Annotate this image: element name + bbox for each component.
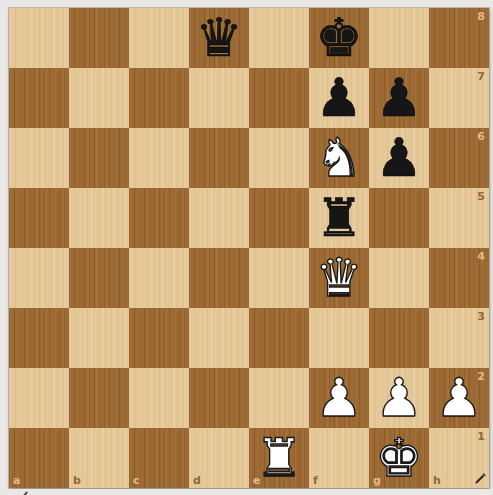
piece-white-king-g1[interactable]: ♚ (369, 428, 429, 488)
square-c5[interactable] (129, 188, 189, 248)
piece-black-pawn-g6[interactable]: ♟ (369, 128, 429, 188)
rank-label-8: 8 (477, 10, 485, 23)
piece-black-king-f8[interactable]: ♚ (309, 8, 369, 68)
file-label-c: c (133, 474, 140, 487)
square-d4[interactable] (189, 248, 249, 308)
square-a1[interactable]: a (9, 428, 69, 488)
square-c2[interactable] (129, 368, 189, 428)
square-h3[interactable]: 3 (429, 308, 489, 368)
piece-black-rook-f5[interactable]: ♜ (309, 188, 369, 248)
square-d8[interactable]: ♛ (189, 8, 249, 68)
square-a5[interactable] (9, 188, 69, 248)
square-f2[interactable]: ♟ (309, 368, 369, 428)
square-f5[interactable]: ♜ (309, 188, 369, 248)
rank-label-1: 1 (477, 430, 485, 443)
square-c4[interactable] (129, 248, 189, 308)
square-a8[interactable] (9, 8, 69, 68)
square-e7[interactable] (249, 68, 309, 128)
piece-white-pawn-g2[interactable]: ♟ (369, 368, 429, 428)
rank-label-7: 7 (477, 70, 485, 83)
piece-white-knight-f6[interactable]: ♞ (309, 128, 369, 188)
chess-board: ♛♚8♟♟7♞♟6♜5♛43♟♟2♟abcde♜fg♚1h (9, 8, 489, 488)
rank-label-6: 6 (477, 130, 485, 143)
rank-label-3: 3 (477, 310, 485, 323)
square-e8[interactable] (249, 8, 309, 68)
square-g1[interactable]: g♚ (369, 428, 429, 488)
piece-black-pawn-f7[interactable]: ♟ (309, 68, 369, 128)
square-d1[interactable]: d (189, 428, 249, 488)
square-e6[interactable] (249, 128, 309, 188)
square-f3[interactable] (309, 308, 369, 368)
square-c3[interactable] (129, 308, 189, 368)
file-label-d: d (193, 474, 201, 487)
square-c7[interactable] (129, 68, 189, 128)
square-h7[interactable]: 7 (429, 68, 489, 128)
file-label-b: b (73, 474, 81, 487)
square-a6[interactable] (9, 128, 69, 188)
square-d6[interactable] (189, 128, 249, 188)
square-g2[interactable]: ♟ (369, 368, 429, 428)
square-e5[interactable] (249, 188, 309, 248)
square-a7[interactable] (9, 68, 69, 128)
piece-white-pawn-f2[interactable]: ♟ (309, 368, 369, 428)
square-f1[interactable]: f (309, 428, 369, 488)
piece-white-pawn-h2[interactable]: ♟ (429, 368, 489, 428)
square-b6[interactable] (69, 128, 129, 188)
square-a4[interactable] (9, 248, 69, 308)
square-g5[interactable] (369, 188, 429, 248)
piece-black-queen-d8[interactable]: ♛ (189, 8, 249, 68)
square-e3[interactable] (249, 308, 309, 368)
square-h8[interactable]: 8 (429, 8, 489, 68)
file-label-h: h (433, 474, 441, 487)
square-e4[interactable] (249, 248, 309, 308)
square-d7[interactable] (189, 68, 249, 128)
square-c1[interactable]: c (129, 428, 189, 488)
square-f4[interactable]: ♛ (309, 248, 369, 308)
square-h5[interactable]: 5 (429, 188, 489, 248)
rank-label-4: 4 (477, 250, 485, 263)
file-label-f: f (313, 474, 318, 487)
square-g3[interactable] (369, 308, 429, 368)
piece-white-queen-f4[interactable]: ♛ (309, 248, 369, 308)
page: ♛♚8♟♟7♞♟6♜5♛43♟♟2♟abcde♜fg♚1h ♞ (0, 0, 493, 495)
square-a3[interactable] (9, 308, 69, 368)
square-b4[interactable] (69, 248, 129, 308)
square-f8[interactable]: ♚ (309, 8, 369, 68)
square-b7[interactable] (69, 68, 129, 128)
square-c8[interactable] (129, 8, 189, 68)
piece-black-pawn-g7[interactable]: ♟ (369, 68, 429, 128)
square-d2[interactable] (189, 368, 249, 428)
bottom-margin: ♞ (0, 489, 493, 495)
square-h4[interactable]: 4 (429, 248, 489, 308)
square-b5[interactable] (69, 188, 129, 248)
square-b1[interactable]: b (69, 428, 129, 488)
square-e1[interactable]: e♜ (249, 428, 309, 488)
square-g4[interactable] (369, 248, 429, 308)
square-d3[interactable] (189, 308, 249, 368)
square-b8[interactable] (69, 8, 129, 68)
square-c6[interactable] (129, 128, 189, 188)
square-h1[interactable]: 1h (429, 428, 489, 488)
file-label-a: a (13, 474, 20, 487)
annotate-pencil-icon[interactable] (474, 473, 486, 485)
piece-white-rook-e1[interactable]: ♜ (249, 428, 309, 488)
square-e2[interactable] (249, 368, 309, 428)
square-g6[interactable]: ♟ (369, 128, 429, 188)
square-h2[interactable]: 2♟ (429, 368, 489, 428)
square-d5[interactable] (189, 188, 249, 248)
square-g7[interactable]: ♟ (369, 68, 429, 128)
partial-slash-icon (22, 491, 28, 495)
square-f7[interactable]: ♟ (309, 68, 369, 128)
rank-label-5: 5 (477, 190, 485, 203)
square-h6[interactable]: 6 (429, 128, 489, 188)
square-a2[interactable] (9, 368, 69, 428)
square-f6[interactable]: ♞ (309, 128, 369, 188)
square-b2[interactable] (69, 368, 129, 428)
square-g8[interactable] (369, 8, 429, 68)
square-b3[interactable] (69, 308, 129, 368)
